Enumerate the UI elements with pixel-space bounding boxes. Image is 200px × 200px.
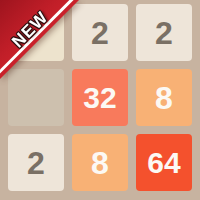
tile-hidden-r1c1 <box>8 4 64 61</box>
tile-2-r3c1: 2 <box>8 134 64 191</box>
empty-cell-r2c1 <box>8 69 64 126</box>
tile-8-r2c3: 8 <box>136 69 192 126</box>
tile-8-r3c2: 8 <box>72 134 128 191</box>
tile-32-r2c2: 32 <box>72 69 128 126</box>
tile-2-r1c3: 2 <box>136 4 192 61</box>
tile-2-r1c2: 2 <box>72 4 128 61</box>
board[interactable]: 223282864 <box>0 0 200 200</box>
tile-64-r3c3: 64 <box>136 134 192 191</box>
game-2048-icon: 223282864 NEW <box>0 0 200 200</box>
